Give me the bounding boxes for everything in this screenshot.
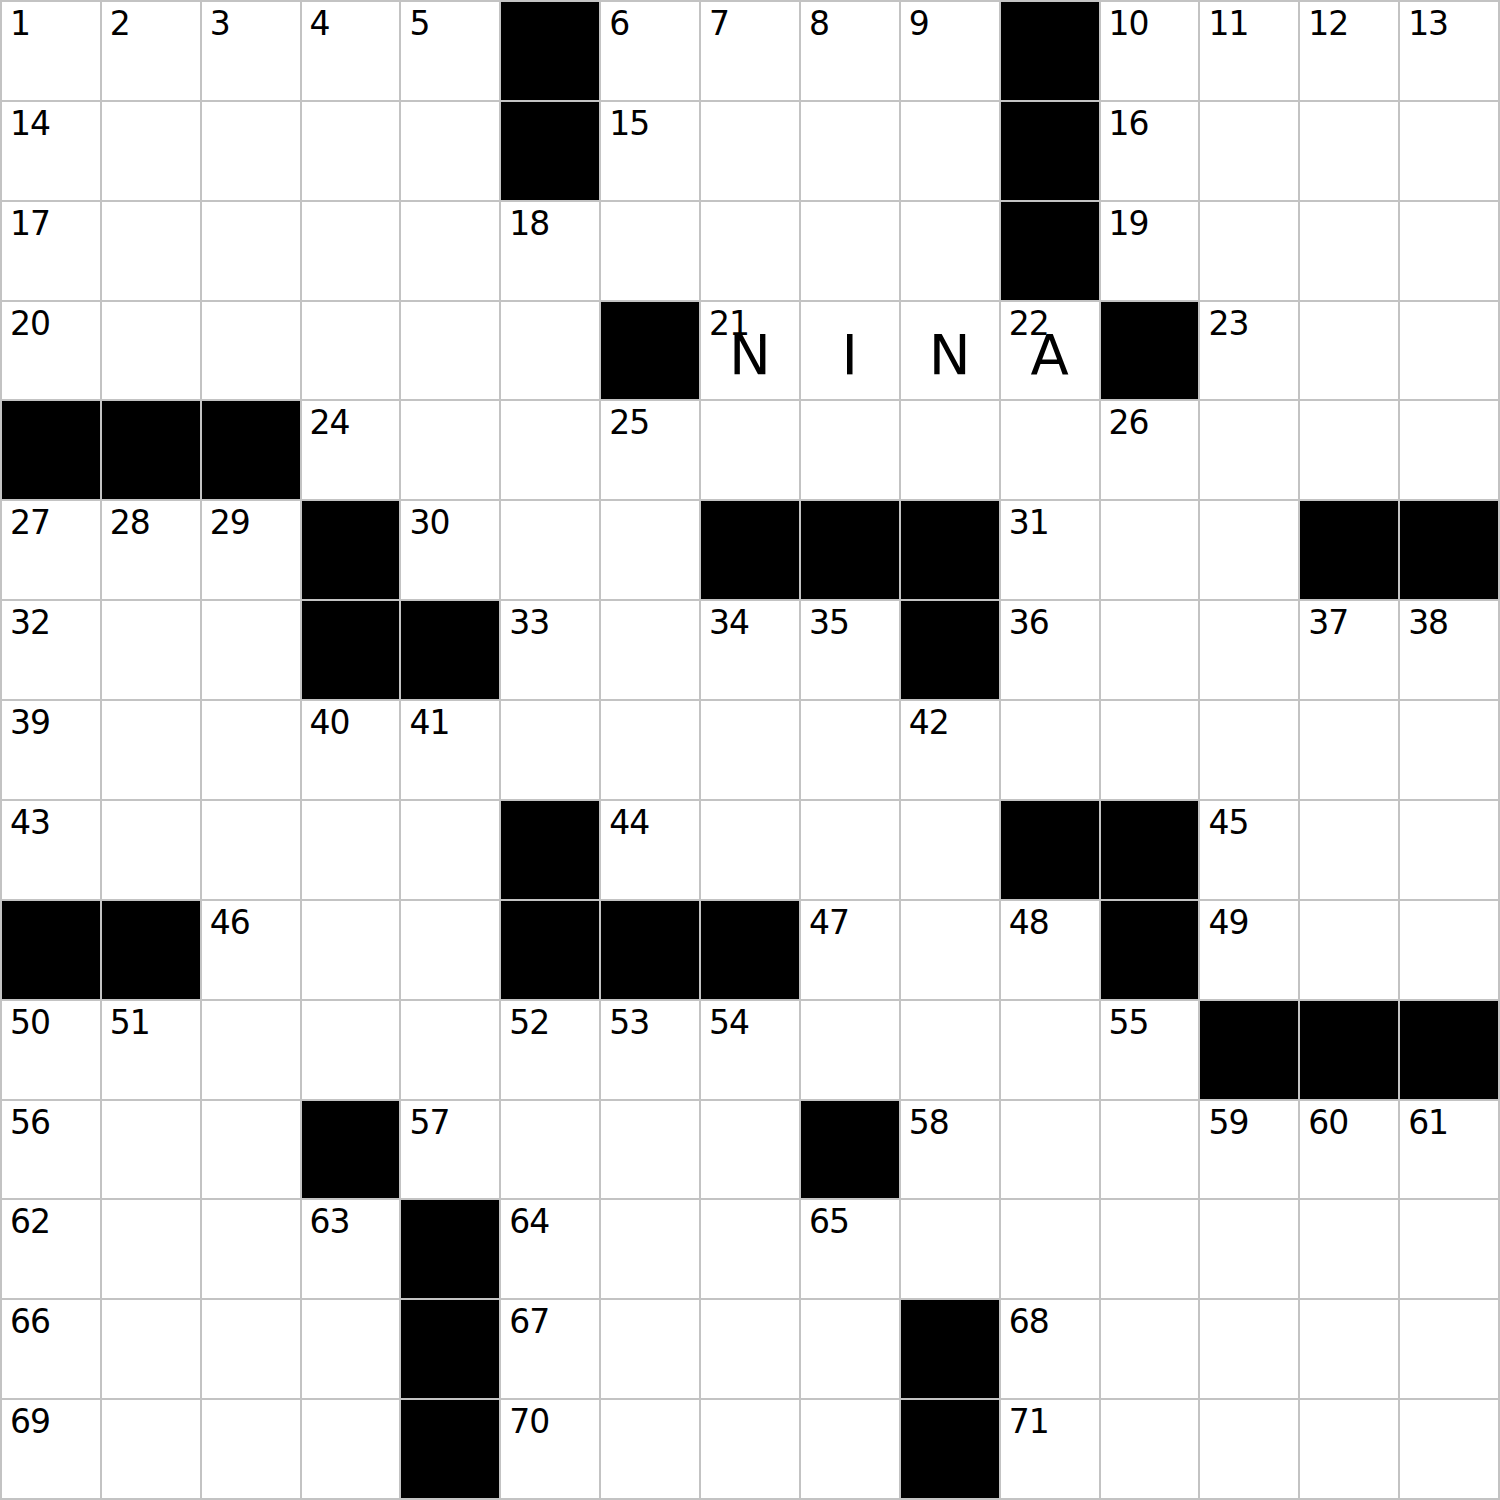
cell-r15c5 xyxy=(401,1400,499,1498)
cell-r10c11[interactable]: 48 xyxy=(1001,901,1099,999)
cell-r2c6 xyxy=(501,102,599,200)
cell-r12c13[interactable]: 59 xyxy=(1200,1101,1298,1199)
cell-r7c4 xyxy=(302,601,400,699)
clue-number: 39 xyxy=(10,706,50,739)
clue-number: 15 xyxy=(609,107,649,140)
cell-r14c1[interactable]: 66 xyxy=(2,1300,100,1398)
cell-r2c7[interactable]: 15 xyxy=(601,102,699,200)
cell-r14c7[interactable] xyxy=(601,1300,699,1398)
cell-r11c12[interactable]: 55 xyxy=(1101,1001,1199,1099)
cell-r3c11 xyxy=(1001,202,1099,300)
clue-number: 28 xyxy=(110,506,150,539)
cell-r14c9[interactable] xyxy=(801,1300,899,1398)
cell-r11c7[interactable]: 53 xyxy=(601,1001,699,1099)
clue-number: 24 xyxy=(310,406,350,439)
clue-number: 40 xyxy=(310,706,350,739)
clue-number: 47 xyxy=(809,906,849,939)
cell-r2c3[interactable] xyxy=(202,102,300,200)
cell-r10c9[interactable]: 47 xyxy=(801,901,899,999)
clue-number: 43 xyxy=(10,806,50,839)
cell-r4c12 xyxy=(1101,302,1199,400)
cell-r9c7[interactable]: 44 xyxy=(601,801,699,899)
clue-number: 19 xyxy=(1109,207,1149,240)
cell-r3c9[interactable] xyxy=(801,202,899,300)
cell-r9c5[interactable] xyxy=(401,801,499,899)
cell-r2c9[interactable] xyxy=(801,102,899,200)
cell-r11c13 xyxy=(1200,1001,1298,1099)
cell-r15c2[interactable] xyxy=(102,1400,200,1498)
cell-r4c11[interactable]: 22A xyxy=(1001,302,1099,400)
cell-r15c8[interactable] xyxy=(701,1400,799,1498)
clue-number: 2 xyxy=(110,7,130,40)
cell-r9c3[interactable] xyxy=(202,801,300,899)
clue-number: 29 xyxy=(210,506,250,539)
cell-r8c4[interactable]: 40 xyxy=(302,701,400,799)
cell-r15c12[interactable] xyxy=(1101,1400,1199,1498)
cell-r14c8[interactable] xyxy=(701,1300,799,1398)
cell-r9c8[interactable] xyxy=(701,801,799,899)
cell-r11c11[interactable] xyxy=(1001,1001,1099,1099)
cell-r4c8[interactable]: 21N xyxy=(701,302,799,400)
clue-number: 13 xyxy=(1408,7,1448,40)
clue-number: 71 xyxy=(1009,1405,1049,1438)
cell-r8c12[interactable] xyxy=(1101,701,1199,799)
cell-r4c5[interactable] xyxy=(401,302,499,400)
clue-number: 52 xyxy=(509,1006,549,1039)
cell-r1c8[interactable]: 7 xyxy=(701,2,799,100)
cell-r8c8[interactable] xyxy=(701,701,799,799)
cell-r1c3[interactable]: 3 xyxy=(202,2,300,100)
cell-r3c13[interactable] xyxy=(1200,202,1298,300)
clue-number: 31 xyxy=(1009,506,1049,539)
clue-number: 70 xyxy=(509,1405,549,1438)
cell-r11c8[interactable]: 54 xyxy=(701,1001,799,1099)
cell-r5c11[interactable] xyxy=(1001,401,1099,499)
clue-number: 10 xyxy=(1109,7,1149,40)
clue-number: 25 xyxy=(609,406,649,439)
cell-r7c5 xyxy=(401,601,499,699)
cell-r1c5[interactable]: 5 xyxy=(401,2,499,100)
filled-letter: N xyxy=(901,302,999,400)
cell-r6c7[interactable] xyxy=(601,501,699,599)
filled-letter: N xyxy=(701,302,799,400)
cell-r10c4[interactable] xyxy=(302,901,400,999)
cell-r8c6[interactable] xyxy=(501,701,599,799)
cell-r6c6[interactable] xyxy=(501,501,599,599)
filled-letter: I xyxy=(801,302,899,400)
cell-r12c4 xyxy=(302,1101,400,1199)
cell-r11c15 xyxy=(1400,1001,1498,1099)
cell-r12c12[interactable] xyxy=(1101,1101,1199,1199)
cell-r7c9[interactable]: 35 xyxy=(801,601,899,699)
clue-number: 68 xyxy=(1009,1305,1049,1338)
cell-r7c13[interactable] xyxy=(1200,601,1298,699)
clue-number: 27 xyxy=(10,506,50,539)
cell-r13c15[interactable] xyxy=(1400,1200,1498,1298)
cell-r3c6[interactable]: 18 xyxy=(501,202,599,300)
cell-r15c13[interactable] xyxy=(1200,1400,1298,1498)
cell-r1c4[interactable]: 4 xyxy=(302,2,400,100)
cell-r10c10[interactable] xyxy=(901,901,999,999)
cell-r12c6[interactable] xyxy=(501,1101,599,1199)
clue-number: 6 xyxy=(609,7,629,40)
cell-r7c12[interactable] xyxy=(1101,601,1199,699)
clue-number: 54 xyxy=(709,1006,749,1039)
cell-r9c14[interactable] xyxy=(1300,801,1398,899)
cell-r5c1 xyxy=(2,401,100,499)
cell-r3c1[interactable]: 17 xyxy=(2,202,100,300)
cell-r6c5[interactable]: 30 xyxy=(401,501,499,599)
cell-r14c15[interactable] xyxy=(1400,1300,1498,1398)
clue-number: 33 xyxy=(509,606,549,639)
cell-r5c15[interactable] xyxy=(1400,401,1498,499)
clue-number: 30 xyxy=(409,506,449,539)
cell-r1c14[interactable]: 12 xyxy=(1300,2,1398,100)
cell-r10c15[interactable] xyxy=(1400,901,1498,999)
cell-r6c13[interactable] xyxy=(1200,501,1298,599)
cell-r1c9[interactable]: 8 xyxy=(801,2,899,100)
clue-number: 16 xyxy=(1109,107,1149,140)
cell-r6c15 xyxy=(1400,501,1498,599)
cell-r7c3[interactable] xyxy=(202,601,300,699)
clue-number: 41 xyxy=(409,706,449,739)
cell-r5c8[interactable] xyxy=(701,401,799,499)
cell-r15c14[interactable] xyxy=(1300,1400,1398,1498)
cell-r2c12[interactable]: 16 xyxy=(1101,102,1199,200)
cell-r4c3[interactable] xyxy=(202,302,300,400)
cell-r14c6[interactable]: 67 xyxy=(501,1300,599,1398)
cell-r1c15[interactable]: 13 xyxy=(1400,2,1498,100)
cell-r10c5[interactable] xyxy=(401,901,499,999)
clue-number: 56 xyxy=(10,1106,50,1139)
cell-r1c10[interactable]: 9 xyxy=(901,2,999,100)
cell-r5c9[interactable] xyxy=(801,401,899,499)
cell-r12c8[interactable] xyxy=(701,1101,799,1199)
cell-r3c10[interactable] xyxy=(901,202,999,300)
clue-number: 67 xyxy=(509,1305,549,1338)
cell-r8c13[interactable] xyxy=(1200,701,1298,799)
clue-number: 46 xyxy=(210,906,250,939)
cell-r12c11[interactable] xyxy=(1001,1101,1099,1199)
cell-r5c2 xyxy=(102,401,200,499)
clue-number: 62 xyxy=(10,1205,50,1238)
cell-r8c9[interactable] xyxy=(801,701,899,799)
cell-r15c3[interactable] xyxy=(202,1400,300,1498)
cell-r15c7[interactable] xyxy=(601,1400,699,1498)
clue-number: 37 xyxy=(1308,606,1348,639)
cell-r1c6 xyxy=(501,2,599,100)
clue-number: 64 xyxy=(509,1205,549,1238)
clue-number: 55 xyxy=(1109,1006,1149,1039)
cell-r14c11[interactable]: 68 xyxy=(1001,1300,1099,1398)
cell-r7c7[interactable] xyxy=(601,601,699,699)
clue-number: 8 xyxy=(809,7,829,40)
cell-r14c4[interactable] xyxy=(302,1300,400,1398)
cell-r6c12[interactable] xyxy=(1101,501,1199,599)
clue-number: 26 xyxy=(1109,406,1149,439)
clue-number: 11 xyxy=(1208,7,1248,40)
cell-r14c12[interactable] xyxy=(1101,1300,1199,1398)
cell-r14c14[interactable] xyxy=(1300,1300,1398,1398)
clue-number: 65 xyxy=(809,1205,849,1238)
clue-number: 63 xyxy=(310,1205,350,1238)
cell-r11c1[interactable]: 50 xyxy=(2,1001,100,1099)
cell-r3c15[interactable] xyxy=(1400,202,1498,300)
cell-r7c11[interactable]: 36 xyxy=(1001,601,1099,699)
clue-number: 60 xyxy=(1308,1106,1348,1139)
cell-r11c2[interactable]: 51 xyxy=(102,1001,200,1099)
crossword-grid: 123456789101112131415161718192021NIN22A2… xyxy=(0,0,1500,1500)
clue-number: 32 xyxy=(10,606,50,639)
cell-r14c5 xyxy=(401,1300,499,1398)
cell-r6c1[interactable]: 27 xyxy=(2,501,100,599)
cell-r5c13[interactable] xyxy=(1200,401,1298,499)
cell-r9c15[interactable] xyxy=(1400,801,1498,899)
clue-number: 58 xyxy=(909,1106,949,1139)
cell-r2c15[interactable] xyxy=(1400,102,1498,200)
cell-r10c7 xyxy=(601,901,699,999)
cell-r12c5[interactable]: 57 xyxy=(401,1101,499,1199)
cell-r4c2[interactable] xyxy=(102,302,200,400)
cell-r2c10[interactable] xyxy=(901,102,999,200)
cell-r13c10[interactable] xyxy=(901,1200,999,1298)
cell-r6c9 xyxy=(801,501,899,599)
cell-r7c14[interactable]: 37 xyxy=(1300,601,1398,699)
cell-r9c6 xyxy=(501,801,599,899)
cell-r13c5 xyxy=(401,1200,499,1298)
cell-r11c5[interactable] xyxy=(401,1001,499,1099)
clue-number: 34 xyxy=(709,606,749,639)
cell-r2c1[interactable]: 14 xyxy=(2,102,100,200)
cell-r8c7[interactable] xyxy=(601,701,699,799)
clue-number: 48 xyxy=(1009,906,1049,939)
cell-r13c1[interactable]: 62 xyxy=(2,1200,100,1298)
cell-r12c14[interactable]: 60 xyxy=(1300,1101,1398,1199)
cell-r1c13[interactable]: 11 xyxy=(1200,2,1298,100)
clue-number: 66 xyxy=(10,1305,50,1338)
clue-number: 44 xyxy=(609,806,649,839)
cell-r13c11[interactable] xyxy=(1001,1200,1099,1298)
cell-r10c14[interactable] xyxy=(1300,901,1398,999)
cell-r14c3[interactable] xyxy=(202,1300,300,1398)
clue-number: 50 xyxy=(10,1006,50,1039)
clue-number: 20 xyxy=(10,307,50,340)
cell-r13c14[interactable] xyxy=(1300,1200,1398,1298)
cell-r5c5[interactable] xyxy=(401,401,499,499)
clue-number: 1 xyxy=(10,7,30,40)
cell-r13c8[interactable] xyxy=(701,1200,799,1298)
clue-number: 69 xyxy=(10,1405,50,1438)
cell-r12c2[interactable] xyxy=(102,1101,200,1199)
cell-r11c6[interactable]: 52 xyxy=(501,1001,599,1099)
cell-r6c3[interactable]: 29 xyxy=(202,501,300,599)
clue-number: 9 xyxy=(909,7,929,40)
cell-r9c13[interactable]: 45 xyxy=(1200,801,1298,899)
cell-r2c4[interactable] xyxy=(302,102,400,200)
clue-number: 59 xyxy=(1208,1106,1248,1139)
cell-r2c11 xyxy=(1001,102,1099,200)
clue-number: 14 xyxy=(10,107,50,140)
cell-r10c12 xyxy=(1101,901,1199,999)
cell-r11c3[interactable] xyxy=(202,1001,300,1099)
cell-r6c2[interactable]: 28 xyxy=(102,501,200,599)
cell-r3c7[interactable] xyxy=(601,202,699,300)
clue-number: 53 xyxy=(609,1006,649,1039)
cell-r3c4[interactable] xyxy=(302,202,400,300)
clue-number: 7 xyxy=(709,7,729,40)
cell-r15c9[interactable] xyxy=(801,1400,899,1498)
cell-r3c5[interactable] xyxy=(401,202,499,300)
clue-number: 49 xyxy=(1208,906,1248,939)
cell-r7c8[interactable]: 34 xyxy=(701,601,799,699)
cell-r6c8 xyxy=(701,501,799,599)
cell-r3c12[interactable]: 19 xyxy=(1101,202,1199,300)
cell-r11c14 xyxy=(1300,1001,1398,1099)
cell-r4c13[interactable]: 23 xyxy=(1200,302,1298,400)
cell-r4c9[interactable]: I xyxy=(801,302,899,400)
cell-r2c13[interactable] xyxy=(1200,102,1298,200)
cell-r1c11 xyxy=(1001,2,1099,100)
cell-r10c13[interactable]: 49 xyxy=(1200,901,1298,999)
cell-r5c3 xyxy=(202,401,300,499)
cell-r12c7[interactable] xyxy=(601,1101,699,1199)
clue-number: 36 xyxy=(1009,606,1049,639)
cell-r3c14[interactable] xyxy=(1300,202,1398,300)
cell-r7c15[interactable]: 38 xyxy=(1400,601,1498,699)
cell-r7c10 xyxy=(901,601,999,699)
cell-r15c1[interactable]: 69 xyxy=(2,1400,100,1498)
cell-r15c11[interactable]: 71 xyxy=(1001,1400,1099,1498)
cell-r15c15[interactable] xyxy=(1400,1400,1498,1498)
cell-r12c1[interactable]: 56 xyxy=(2,1101,100,1199)
clue-number: 23 xyxy=(1208,307,1248,340)
cell-r10c8 xyxy=(701,901,799,999)
clue-number: 18 xyxy=(509,207,549,240)
cell-r9c9[interactable] xyxy=(801,801,899,899)
cell-r4c7 xyxy=(601,302,699,400)
cell-r7c2[interactable] xyxy=(102,601,200,699)
cell-r14c2[interactable] xyxy=(102,1300,200,1398)
cell-r5c14[interactable] xyxy=(1300,401,1398,499)
clue-number: 4 xyxy=(310,7,330,40)
cell-r2c8[interactable] xyxy=(701,102,799,200)
cell-r3c2[interactable] xyxy=(102,202,200,300)
cell-r9c4[interactable] xyxy=(302,801,400,899)
cell-r14c13[interactable] xyxy=(1200,1300,1298,1398)
cell-r8c2[interactable] xyxy=(102,701,200,799)
cell-r2c14[interactable] xyxy=(1300,102,1398,200)
cell-r11c9[interactable] xyxy=(801,1001,899,1099)
clue-number: 42 xyxy=(909,706,949,739)
cell-r13c7[interactable] xyxy=(601,1200,699,1298)
clue-number: 35 xyxy=(809,606,849,639)
cell-r13c4[interactable]: 63 xyxy=(302,1200,400,1298)
cell-r15c10 xyxy=(901,1400,999,1498)
cell-r11c10[interactable] xyxy=(901,1001,999,1099)
cell-r5c10[interactable] xyxy=(901,401,999,499)
cell-r15c6[interactable]: 70 xyxy=(501,1400,599,1498)
cell-r13c9[interactable]: 65 xyxy=(801,1200,899,1298)
cell-r11c4[interactable] xyxy=(302,1001,400,1099)
cell-r3c3[interactable] xyxy=(202,202,300,300)
cell-r12c10[interactable]: 58 xyxy=(901,1101,999,1199)
cell-r1c1[interactable]: 1 xyxy=(2,2,100,100)
cell-r4c15[interactable] xyxy=(1400,302,1498,400)
cell-r4c10[interactable]: N xyxy=(901,302,999,400)
cell-r4c1[interactable]: 20 xyxy=(2,302,100,400)
clue-number: 12 xyxy=(1308,7,1348,40)
cell-r8c1[interactable]: 39 xyxy=(2,701,100,799)
cell-r9c1[interactable]: 43 xyxy=(2,801,100,899)
cell-r5c6[interactable] xyxy=(501,401,599,499)
clue-number: 51 xyxy=(110,1006,150,1039)
cell-r15c4[interactable] xyxy=(302,1400,400,1498)
cell-r12c15[interactable]: 61 xyxy=(1400,1101,1498,1199)
cell-r12c9 xyxy=(801,1101,899,1199)
cell-r4c14[interactable] xyxy=(1300,302,1398,400)
cell-r9c11 xyxy=(1001,801,1099,899)
cell-r10c1 xyxy=(2,901,100,999)
cell-r13c3[interactable] xyxy=(202,1200,300,1298)
cell-r5c4[interactable]: 24 xyxy=(302,401,400,499)
clue-number: 17 xyxy=(10,207,50,240)
cell-r10c3[interactable]: 46 xyxy=(202,901,300,999)
cell-r8c15[interactable] xyxy=(1400,701,1498,799)
cell-r1c12[interactable]: 10 xyxy=(1101,2,1199,100)
cell-r2c2[interactable] xyxy=(102,102,200,200)
clue-number: 3 xyxy=(210,7,230,40)
cell-r10c6 xyxy=(501,901,599,999)
cell-r8c14[interactable] xyxy=(1300,701,1398,799)
cell-r13c2[interactable] xyxy=(102,1200,200,1298)
cell-r1c2[interactable]: 2 xyxy=(102,2,200,100)
cell-r2c5[interactable] xyxy=(401,102,499,200)
filled-letter: A xyxy=(1001,302,1099,400)
cell-r1c7[interactable]: 6 xyxy=(601,2,699,100)
cell-r9c12 xyxy=(1101,801,1199,899)
cell-r5c12[interactable]: 26 xyxy=(1101,401,1199,499)
cell-r14c10 xyxy=(901,1300,999,1398)
cell-r13c6[interactable]: 64 xyxy=(501,1200,599,1298)
clue-number: 38 xyxy=(1408,606,1448,639)
cell-r9c2[interactable] xyxy=(102,801,200,899)
cell-r6c4 xyxy=(302,501,400,599)
cell-r13c12[interactable] xyxy=(1101,1200,1199,1298)
cell-r8c11[interactable] xyxy=(1001,701,1099,799)
cell-r9c10[interactable] xyxy=(901,801,999,899)
cell-r4c6[interactable] xyxy=(501,302,599,400)
cell-r5c7[interactable]: 25 xyxy=(601,401,699,499)
cell-r6c14 xyxy=(1300,501,1398,599)
cell-r8c3[interactable] xyxy=(202,701,300,799)
clue-number: 57 xyxy=(409,1106,449,1139)
clue-number: 45 xyxy=(1208,806,1248,839)
cell-r12c3[interactable] xyxy=(202,1101,300,1199)
cell-r7c6[interactable]: 33 xyxy=(501,601,599,699)
cell-r8c10[interactable]: 42 xyxy=(901,701,999,799)
cell-r13c13[interactable] xyxy=(1200,1200,1298,1298)
cell-r3c8[interactable] xyxy=(701,202,799,300)
cell-r6c10 xyxy=(901,501,999,599)
cell-r4c4[interactable] xyxy=(302,302,400,400)
cell-r7c1[interactable]: 32 xyxy=(2,601,100,699)
clue-number: 5 xyxy=(409,7,429,40)
cell-r6c11[interactable]: 31 xyxy=(1001,501,1099,599)
clue-number: 61 xyxy=(1408,1106,1448,1139)
cell-r10c2 xyxy=(102,901,200,999)
cell-r8c5[interactable]: 41 xyxy=(401,701,499,799)
